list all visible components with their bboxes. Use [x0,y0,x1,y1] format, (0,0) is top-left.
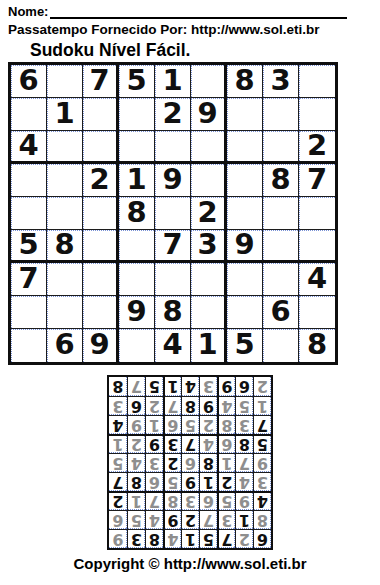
cell-r5c5 [155,197,191,230]
cell-r1c8: 3 [263,65,299,98]
solution-cell-r9c5: 4 [181,377,199,396]
cell-r7c3 [83,263,119,296]
solution-cell-r7c8: 9 [127,415,145,434]
solution-cell-r3c9: 2 [109,491,127,510]
solution-cell-r2c7: 4 [145,510,163,529]
cell-r3c1: 4 [11,131,47,164]
cell-r4c8: 8 [263,164,299,197]
cell-r1c1: 6 [11,65,47,98]
solution-cell-r6c6: 3 [163,434,181,453]
solution-cell-r8c3: 4 [217,396,235,415]
cell-r4c1 [11,164,47,197]
cell-r2c6: 9 [191,98,227,131]
solution-cell-r3c7: 7 [145,491,163,510]
solution-cell-r6c5: 7 [181,434,199,453]
cell-r3c4 [119,131,155,164]
cell-r8c8: 6 [263,296,299,329]
name-row: Nome: [8,4,347,19]
cell-r6c4 [119,230,155,263]
solution-cell-r2c8: 5 [127,510,145,529]
cell-r7c4 [119,263,155,296]
solution-cell-r1c7: 8 [145,529,163,548]
cell-r4c5: 9 [155,164,191,197]
solution-cell-r4c1: 3 [253,472,271,491]
solution-cell-r6c2: 8 [235,434,253,453]
cell-r2c5: 2 [155,98,191,131]
solution-cell-r3c8: 1 [127,491,145,510]
cell-r5c1 [11,197,47,230]
solution-cell-r9c8: 7 [127,377,145,396]
solution-cell-r2c9: 6 [109,510,127,529]
cell-r6c5: 7 [155,230,191,263]
solution-cell-r4c9: 7 [109,472,127,491]
solution-cell-r9c4: 3 [199,377,217,396]
solution-cell-r2c2: 1 [235,510,253,529]
solution-cell-r3c3: 5 [217,491,235,510]
solution-cell-r1c4: 5 [199,529,217,548]
solution-cell-r4c8: 8 [127,472,145,491]
cell-r3c6 [191,131,227,164]
cell-r9c7: 5 [227,329,263,362]
cell-r7c7 [227,263,263,296]
solution-cell-r8c6: 7 [163,396,181,415]
cell-r3c3 [83,131,119,164]
cell-r1c3: 7 [83,65,119,98]
cell-r8c5: 8 [155,296,191,329]
cell-r3c9: 2 [299,131,335,164]
cell-r8c4: 9 [119,296,155,329]
cell-r9c9: 8 [299,329,335,362]
solution-cell-r8c1: 1 [253,396,271,415]
solution-cell-r5c3: 1 [217,453,235,472]
solution-cell-r7c3: 8 [217,415,235,434]
solution-cell-r3c4: 6 [199,491,217,510]
solution-cell-r6c7: 9 [145,434,163,453]
solution-cell-r5c2: 7 [235,453,253,472]
cell-r4c3: 2 [83,164,119,197]
cell-r9c4 [119,329,155,362]
cell-r6c6: 3 [191,230,227,263]
cell-r1c5: 1 [155,65,191,98]
page-title: Sudoku Nível Fácil. [30,40,190,61]
solution-cell-r2c5: 2 [181,510,199,529]
cell-r4c4: 1 [119,164,155,197]
name-underline [50,7,347,19]
cell-r8c6 [191,296,227,329]
cell-r7c2 [47,263,83,296]
cell-r2c8 [263,98,299,131]
copyright-text: Copyright © http://www.sol.eti.br [0,555,380,572]
sudoku-puzzle-grid: 6751831294221987825873974986694158 [8,62,338,365]
cell-r7c9: 4 [299,263,335,296]
cell-r8c1 [11,296,47,329]
cell-r7c1: 7 [11,263,47,296]
solution-cell-r6c9: 1 [109,434,127,453]
cell-r2c9 [299,98,335,131]
solution-cell-r7c4: 2 [199,415,217,434]
solution-cell-r4c4: 1 [199,472,217,491]
solution-cell-r4c7: 6 [145,472,163,491]
cell-r6c9 [299,230,335,263]
solution-cell-r9c1: 2 [253,377,271,396]
cell-r5c4: 8 [119,197,155,230]
solution-cell-r8c7: 2 [145,396,163,415]
cell-r1c7: 8 [227,65,263,98]
cell-r3c7 [227,131,263,164]
cell-r5c7 [227,197,263,230]
solution-cell-r3c1: 4 [253,491,271,510]
solution-cell-r4c3: 2 [217,472,235,491]
solution-cell-r7c9: 4 [109,415,127,434]
cell-r3c2 [47,131,83,164]
solution-cell-r6c3: 6 [217,434,235,453]
cell-r8c9 [299,296,335,329]
solution-cell-r9c2: 6 [235,377,253,396]
cell-r3c8 [263,131,299,164]
cell-r8c7 [227,296,263,329]
solution-cell-r2c4: 7 [199,510,217,529]
solution-cell-r3c2: 9 [235,491,253,510]
cell-r2c1 [11,98,47,131]
solution-cell-r1c1: 6 [253,529,271,548]
cell-r1c2 [47,65,83,98]
solution-cell-r1c6: 4 [163,529,181,548]
solution-cell-r7c5: 5 [181,415,199,434]
solution-cell-r1c8: 3 [127,529,145,548]
solution-cell-r9c9: 8 [109,377,127,396]
solution-cell-r3c6: 8 [163,491,181,510]
cell-r6c1: 5 [11,230,47,263]
cell-r6c8 [263,230,299,263]
cell-r4c6 [191,164,227,197]
provided-by-text: Passatempo Fornecido Por: http://www.sol… [8,22,376,37]
cell-r8c3 [83,296,119,329]
name-label: Nome: [8,4,48,19]
cell-r9c8 [263,329,299,362]
cell-r5c3 [83,197,119,230]
cell-r9c2: 6 [47,329,83,362]
solution-cell-r1c2: 2 [235,529,253,548]
solution-cell-r8c4: 9 [199,396,217,415]
solution-cell-r5c9: 5 [109,453,127,472]
cell-r2c2: 1 [47,98,83,131]
solution-cell-r5c5: 6 [181,453,199,472]
solution-cell-r1c9: 9 [109,529,127,548]
solution-cell-r4c2: 4 [235,472,253,491]
solution-cell-r4c5: 9 [181,472,199,491]
cell-r1c6 [191,65,227,98]
cell-r7c6 [191,263,227,296]
cell-r6c3 [83,230,119,263]
cell-r5c2 [47,197,83,230]
solution-cell-r5c8: 4 [127,453,145,472]
solution-cell-r4c6: 5 [163,472,181,491]
solution-cell-r8c2: 5 [235,396,253,415]
sudoku-solution-grid: 6275148398137294564956387123421956879718… [107,375,273,550]
solution-cell-r9c6: 1 [163,377,181,396]
cell-r1c4: 5 [119,65,155,98]
solution-cell-r2c6: 9 [163,510,181,529]
solution-cell-r5c1: 9 [253,453,271,472]
solution-cell-r9c3: 9 [217,377,235,396]
cell-r4c7 [227,164,263,197]
cell-r5c9 [299,197,335,230]
solution-cell-r1c3: 7 [217,529,235,548]
solution-cell-r9c7: 5 [145,377,163,396]
solution-cell-r3c5: 3 [181,491,199,510]
solution-cell-r7c2: 3 [235,415,253,434]
cell-r7c5 [155,263,191,296]
solution-cell-r6c4: 4 [199,434,217,453]
cell-r9c6: 1 [191,329,227,362]
cell-r5c8 [263,197,299,230]
solution-cell-r2c1: 8 [253,510,271,529]
solution-cell-r6c1: 5 [253,434,271,453]
cell-r4c2 [47,164,83,197]
cell-r9c5: 4 [155,329,191,362]
solution-cell-r1c5: 1 [181,529,199,548]
cell-r6c2: 8 [47,230,83,263]
solution-cell-r8c5: 8 [181,396,199,415]
solution-cell-r5c7: 3 [145,453,163,472]
cell-r9c1 [11,329,47,362]
solution-cell-r7c1: 7 [253,415,271,434]
cell-r1c9 [299,65,335,98]
cell-r8c2 [47,296,83,329]
cell-r4c9: 7 [299,164,335,197]
solution-cell-r5c4: 8 [199,453,217,472]
solution-cell-r6c8: 2 [127,434,145,453]
solution-cell-r8c8: 6 [127,396,145,415]
solution-cell-r7c6: 6 [163,415,181,434]
cell-r2c4 [119,98,155,131]
cell-r5c6: 2 [191,197,227,230]
cell-r6c7: 9 [227,230,263,263]
solution-cell-r2c3: 3 [217,510,235,529]
solution-cell-r5c6: 2 [163,453,181,472]
solution-cell-r7c7: 1 [145,415,163,434]
solution-cell-r8c9: 3 [109,396,127,415]
cell-r9c3: 9 [83,329,119,362]
cell-r2c3 [83,98,119,131]
cell-r2c7 [227,98,263,131]
cell-r3c5 [155,131,191,164]
cell-r7c8 [263,263,299,296]
